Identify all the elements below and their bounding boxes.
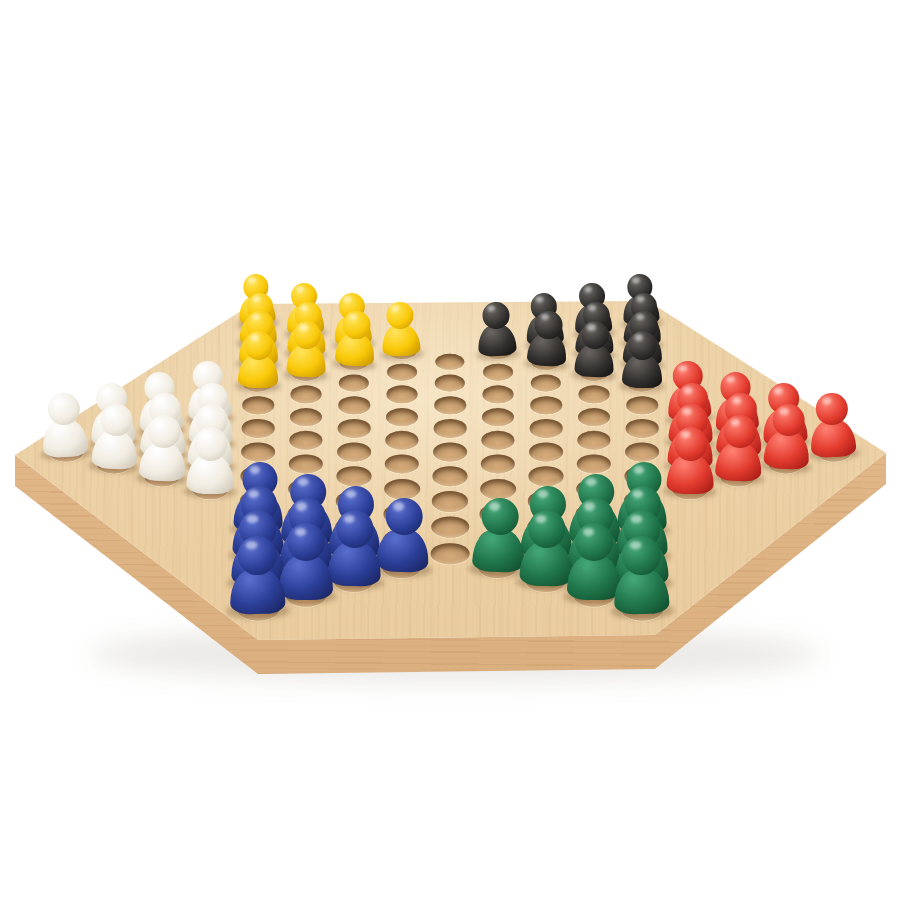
board-hole[interactable] bbox=[529, 467, 564, 487]
board-hole[interactable] bbox=[384, 479, 420, 499]
peg-head bbox=[674, 426, 708, 460]
board-hole[interactable] bbox=[434, 419, 467, 437]
board-hole[interactable] bbox=[433, 467, 468, 487]
peg-body bbox=[286, 344, 327, 378]
board-hole[interactable] bbox=[578, 408, 610, 426]
peg-blue[interactable] bbox=[279, 523, 333, 600]
board-hole[interactable] bbox=[482, 408, 514, 426]
peg-body bbox=[279, 555, 333, 600]
peg-head bbox=[481, 497, 519, 535]
peg-head bbox=[723, 415, 757, 449]
peg-white[interactable] bbox=[91, 403, 140, 470]
peg-body bbox=[238, 355, 279, 389]
peg-head bbox=[147, 415, 181, 449]
peg-body bbox=[139, 442, 187, 482]
peg-head bbox=[575, 523, 613, 561]
peg-yellow[interactable] bbox=[238, 331, 279, 389]
peg-green[interactable] bbox=[613, 535, 669, 614]
board-hole[interactable] bbox=[625, 443, 659, 462]
peg-white[interactable] bbox=[40, 392, 88, 458]
peg-body bbox=[527, 334, 567, 368]
peg-head bbox=[237, 535, 276, 575]
board-hole[interactable] bbox=[481, 431, 514, 450]
peg-green[interactable] bbox=[567, 523, 621, 600]
product-photo-scene bbox=[0, 0, 900, 900]
peg-yellow[interactable] bbox=[286, 321, 327, 379]
peg-white[interactable] bbox=[186, 426, 234, 494]
peg-head bbox=[244, 331, 273, 360]
peg-body bbox=[574, 344, 615, 378]
peg-body bbox=[763, 430, 810, 470]
board-hole[interactable] bbox=[337, 467, 372, 487]
board-hole[interactable] bbox=[290, 408, 322, 426]
peg-head bbox=[194, 426, 228, 460]
peg-blue[interactable] bbox=[327, 510, 381, 587]
peg-body bbox=[567, 555, 621, 600]
board-hole[interactable] bbox=[242, 397, 274, 415]
board-hole[interactable] bbox=[626, 419, 659, 437]
peg-black[interactable] bbox=[527, 311, 569, 368]
peg-head bbox=[528, 510, 566, 548]
peg-blue[interactable] bbox=[229, 535, 285, 614]
peg-body bbox=[519, 542, 573, 587]
board-hole[interactable] bbox=[483, 364, 513, 381]
peg-body bbox=[810, 419, 857, 458]
peg-yellow[interactable] bbox=[380, 301, 421, 357]
board-hole[interactable] bbox=[289, 431, 322, 450]
peg-body bbox=[335, 334, 375, 368]
board-hole[interactable] bbox=[431, 517, 469, 538]
board-hole[interactable] bbox=[338, 397, 370, 415]
peg-black[interactable] bbox=[622, 331, 663, 389]
peg-yellow[interactable] bbox=[335, 311, 377, 368]
peg-head bbox=[287, 523, 325, 561]
peg-head bbox=[385, 497, 423, 535]
peg-blue[interactable] bbox=[376, 497, 431, 573]
peg-black[interactable] bbox=[476, 301, 517, 357]
peg-red[interactable] bbox=[666, 426, 714, 494]
peg-red[interactable] bbox=[715, 415, 764, 482]
peg-head bbox=[581, 321, 610, 350]
board-hole[interactable] bbox=[529, 443, 563, 462]
peg-red[interactable] bbox=[763, 403, 812, 470]
peg-body bbox=[622, 355, 663, 389]
board-hole[interactable] bbox=[386, 408, 418, 426]
peg-green[interactable] bbox=[519, 510, 573, 587]
peg-white[interactable] bbox=[139, 415, 188, 482]
board-hole[interactable] bbox=[626, 397, 658, 415]
peg-body bbox=[230, 568, 286, 614]
peg-red[interactable] bbox=[808, 392, 856, 458]
board-hole[interactable] bbox=[530, 397, 562, 415]
board-hole[interactable] bbox=[431, 543, 470, 565]
peg-body bbox=[715, 442, 763, 482]
peg-body bbox=[327, 542, 381, 587]
board-hole[interactable] bbox=[242, 419, 275, 437]
peg-body bbox=[91, 430, 138, 470]
board-hole[interactable] bbox=[480, 479, 516, 499]
board-hole[interactable] bbox=[530, 419, 563, 437]
board-hole[interactable] bbox=[338, 419, 371, 437]
board-hole[interactable] bbox=[385, 431, 418, 450]
board-hole[interactable] bbox=[577, 431, 610, 450]
peg-head bbox=[628, 331, 657, 360]
peg-head bbox=[336, 510, 374, 548]
board-hole[interactable] bbox=[337, 443, 371, 462]
board-hole[interactable] bbox=[241, 443, 275, 462]
peg-body bbox=[614, 568, 670, 614]
peg-head bbox=[621, 535, 660, 575]
board-hole[interactable] bbox=[434, 397, 466, 415]
board-hole[interactable] bbox=[387, 364, 417, 381]
peg-black[interactable] bbox=[574, 321, 615, 379]
peg-body bbox=[42, 419, 89, 458]
board-hole[interactable] bbox=[433, 443, 467, 462]
peg-head bbox=[293, 321, 322, 350]
